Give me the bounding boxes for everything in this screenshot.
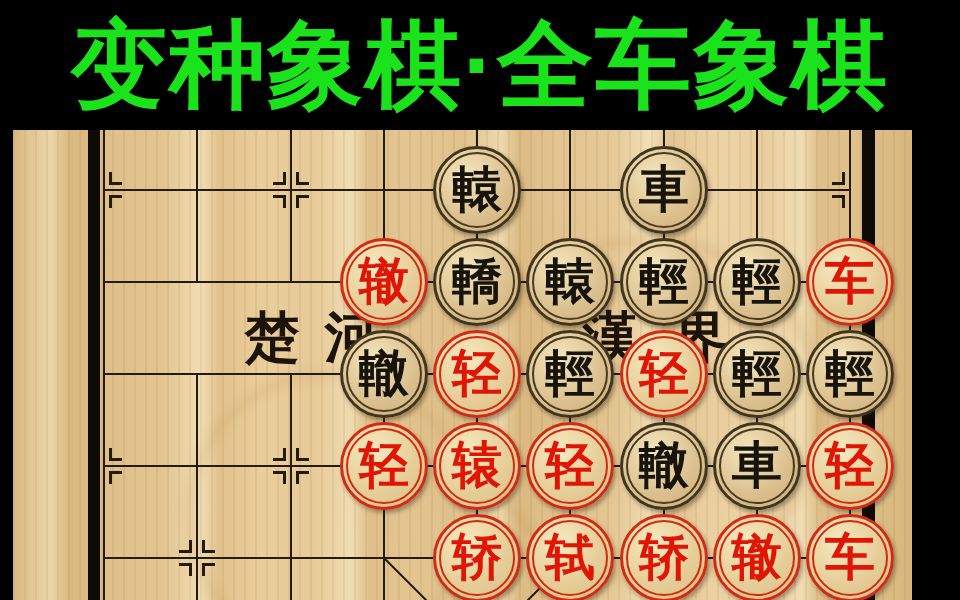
grid-line [103, 130, 105, 600]
piece-black-轍[interactable]: 轍 [620, 422, 708, 510]
point-marker [296, 195, 309, 208]
piece-glyph: 辕 [452, 440, 502, 490]
piece-red-轻[interactable]: 轻 [620, 330, 708, 418]
grid-line [196, 130, 198, 282]
piece-red-车[interactable]: 车 [806, 514, 894, 600]
piece-black-轍[interactable]: 轍 [340, 330, 428, 418]
piece-red-辙[interactable]: 辙 [713, 514, 801, 600]
piece-glyph: 轻 [545, 440, 595, 490]
piece-black-轅[interactable]: 轅 [526, 238, 614, 326]
point-marker [109, 471, 122, 484]
point-marker [109, 195, 122, 208]
piece-red-轻[interactable]: 轻 [340, 422, 428, 510]
piece-red-轿[interactable]: 轿 [620, 514, 708, 600]
piece-red-轻[interactable]: 轻 [526, 422, 614, 510]
piece-glyph: 轼 [545, 532, 595, 582]
title-bar: 变种象棋·全车象棋 [0, 0, 960, 130]
point-marker [202, 540, 215, 553]
grid-line [290, 374, 292, 600]
piece-glyph: 轻 [639, 348, 689, 398]
piece-glyph: 轻 [359, 440, 409, 490]
point-marker [832, 172, 845, 185]
point-marker [179, 540, 192, 553]
piece-red-辙[interactable]: 辙 [340, 238, 428, 326]
point-marker [832, 195, 845, 208]
piece-glyph: 輕 [825, 348, 875, 398]
piece-red-轿[interactable]: 轿 [433, 514, 521, 600]
piece-black-輕[interactable]: 輕 [620, 238, 708, 326]
board-border-left [88, 130, 100, 600]
river-char-chu: 楚 [245, 309, 300, 364]
piece-glyph: 轻 [452, 348, 502, 398]
piece-glyph: 輕 [732, 348, 782, 398]
piece-glyph: 辙 [732, 532, 782, 582]
xiangqi-board[interactable]: 楚 河 漢 界 轅車辙轎轅輕輕车轍轻輕轻輕輕轻辕轻轍車轻轿轼轿辙车 [0, 130, 960, 600]
piece-glyph: 轎 [452, 256, 502, 306]
piece-glyph: 轅 [545, 256, 595, 306]
piece-glyph: 轅 [452, 164, 502, 214]
piece-black-車[interactable]: 車 [620, 146, 708, 234]
page-title: 变种象棋·全车象棋 [71, 17, 889, 113]
piece-black-輕[interactable]: 輕 [713, 238, 801, 326]
piece-black-轎[interactable]: 轎 [433, 238, 521, 326]
piece-glyph: 轍 [639, 440, 689, 490]
point-marker [296, 448, 309, 461]
piece-glyph: 轿 [639, 532, 689, 582]
piece-glyph: 车 [825, 256, 875, 306]
point-marker [296, 172, 309, 185]
piece-black-車[interactable]: 車 [713, 422, 801, 510]
point-marker [273, 448, 286, 461]
piece-glyph: 輕 [732, 256, 782, 306]
point-marker [109, 448, 122, 461]
point-marker [179, 563, 192, 576]
piece-glyph: 轿 [452, 532, 502, 582]
point-marker [273, 172, 286, 185]
grid-line [196, 374, 198, 600]
point-marker [273, 471, 286, 484]
piece-red-辕[interactable]: 辕 [433, 422, 521, 510]
grid-line [290, 130, 292, 282]
point-marker [296, 471, 309, 484]
piece-red-轼[interactable]: 轼 [526, 514, 614, 600]
piece-red-轻[interactable]: 轻 [806, 422, 894, 510]
piece-glyph: 轍 [359, 348, 409, 398]
point-marker [202, 563, 215, 576]
piece-glyph: 車 [732, 440, 782, 490]
piece-glyph: 輕 [639, 256, 689, 306]
piece-black-輕[interactable]: 輕 [713, 330, 801, 418]
piece-glyph: 車 [639, 164, 689, 214]
piece-black-輕[interactable]: 輕 [526, 330, 614, 418]
piece-glyph: 轻 [825, 440, 875, 490]
piece-black-輕[interactable]: 輕 [806, 330, 894, 418]
piece-glyph: 车 [825, 532, 875, 582]
screenshot-stage: 变种象棋·全车象棋 楚 河 漢 界 轅車辙轎轅輕輕车轍轻輕轻輕輕轻辕轻轍車轻轿轼… [0, 0, 960, 600]
piece-black-轅[interactable]: 轅 [433, 146, 521, 234]
piece-glyph: 輕 [545, 348, 595, 398]
point-marker [109, 172, 122, 185]
piece-glyph: 辙 [359, 256, 409, 306]
piece-red-车[interactable]: 车 [806, 238, 894, 326]
piece-red-轻[interactable]: 轻 [433, 330, 521, 418]
point-marker [273, 195, 286, 208]
